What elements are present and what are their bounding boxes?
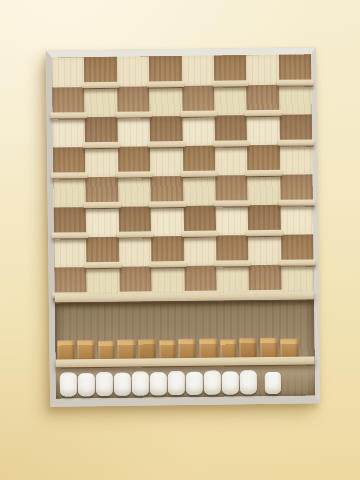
square-r4c6: [215, 145, 248, 175]
square-r2c2: [85, 87, 118, 117]
white-piece[interactable]: [150, 372, 167, 395]
shelf-ledge: [116, 171, 152, 178]
white-piece[interactable]: [222, 371, 239, 394]
dark-piece[interactable]: [139, 339, 156, 359]
dark-piece[interactable]: [57, 340, 74, 360]
square-r2c7[interactable]: [247, 85, 280, 115]
storage-area: [55, 299, 315, 398]
white-piece[interactable]: [204, 371, 221, 395]
shelf-ledge: [246, 170, 282, 177]
square-r5c4[interactable]: [151, 176, 184, 206]
white-piece[interactable]: [240, 370, 257, 394]
square-r2c8: [279, 84, 312, 114]
shelf-ledge: [51, 112, 87, 119]
square-r1c8[interactable]: [279, 54, 312, 84]
square-r6c3[interactable]: [118, 206, 151, 236]
shelf-ledge: [117, 231, 153, 238]
shelf-ledge: [52, 232, 88, 239]
square-r6c7[interactable]: [248, 205, 281, 235]
white-piece[interactable]: [168, 371, 185, 395]
checkers-wall-board: [46, 47, 320, 406]
square-r2c4: [149, 86, 182, 116]
white-piece[interactable]: [96, 372, 113, 396]
square-r8c3[interactable]: [119, 266, 152, 296]
square-r8c6: [216, 265, 249, 295]
square-r7c6[interactable]: [216, 235, 249, 265]
square-r3c5: [182, 116, 215, 146]
square-r8c1[interactable]: [54, 267, 87, 297]
square-r4c5[interactable]: [183, 146, 216, 176]
dark-piece[interactable]: [78, 340, 95, 360]
shelf-ledge: [83, 142, 119, 149]
shelf-ledge: [279, 259, 315, 266]
dark-piece[interactable]: [179, 339, 196, 359]
square-r8c5[interactable]: [184, 266, 217, 296]
shelf-ledge: [214, 260, 250, 267]
shelf-ledge: [213, 140, 249, 147]
square-r5c1: [53, 177, 86, 207]
shelf-ledge: [245, 110, 281, 117]
dark-piece[interactable]: [240, 338, 257, 358]
square-r1c6[interactable]: [214, 55, 247, 85]
shelf-ledge: [214, 200, 250, 207]
square-r4c1[interactable]: [53, 147, 86, 177]
dark-piece[interactable]: [280, 339, 298, 358]
square-r1c2[interactable]: [84, 57, 117, 87]
shelf-ledge: [85, 262, 121, 269]
square-r7c8[interactable]: [281, 234, 314, 264]
square-r1c7: [246, 55, 279, 85]
square-r6c8: [280, 204, 313, 234]
wall-background: [0, 0, 360, 480]
square-r2c1[interactable]: [52, 87, 85, 117]
shelf-ledge: [278, 139, 314, 146]
white-piece[interactable]: [60, 372, 77, 396]
shelf-ledge: [148, 141, 184, 148]
square-r1c5: [181, 56, 214, 86]
shelf-ledge: [84, 202, 120, 209]
square-r6c6: [216, 205, 249, 235]
shelf-ledge: [150, 261, 186, 268]
square-r5c2[interactable]: [86, 177, 119, 207]
dark-piece[interactable]: [199, 339, 217, 359]
shelf-ledge: [182, 231, 218, 238]
square-r3c4[interactable]: [150, 116, 183, 146]
square-r2c3[interactable]: [117, 86, 150, 116]
shelf-ledge: [181, 171, 217, 178]
square-r3c2[interactable]: [85, 117, 118, 147]
square-r5c3: [118, 176, 151, 206]
shelf-ledge: [278, 199, 314, 206]
shelf-ledge: [115, 111, 151, 118]
square-r8c7[interactable]: [249, 265, 282, 295]
shelf-ledge: [149, 201, 185, 208]
dark-piece[interactable]: [159, 340, 175, 359]
board-frame-interior: [52, 54, 315, 398]
board-grid: [52, 54, 314, 297]
square-r4c4: [150, 146, 183, 176]
white-piece[interactable]: [132, 371, 149, 395]
dark-piece[interactable]: [98, 341, 114, 360]
shelf-ledge: [83, 82, 119, 89]
square-r7c5: [184, 236, 217, 266]
square-r8c4: [152, 266, 185, 296]
square-r1c3: [117, 56, 150, 86]
dark-piece[interactable]: [260, 338, 277, 358]
square-r4c3[interactable]: [118, 146, 151, 176]
shelf-ledge: [180, 111, 216, 118]
square-r8c8: [281, 264, 314, 294]
square-r8c2: [87, 267, 120, 297]
square-r2c6: [214, 85, 247, 115]
square-r4c2: [85, 147, 118, 177]
square-r7c7: [248, 235, 281, 265]
square-r3c7: [247, 115, 280, 145]
white-piece[interactable]: [265, 372, 281, 394]
shelf-ledge: [277, 79, 313, 86]
square-r7c4[interactable]: [151, 236, 184, 266]
square-r6c2: [86, 207, 119, 237]
square-r6c5[interactable]: [183, 206, 216, 236]
shelf-ledge: [51, 172, 87, 179]
shelf-ledge: [246, 230, 282, 237]
photo-canvas: [0, 0, 360, 480]
square-r4c8: [280, 144, 313, 174]
square-r1c1: [52, 57, 85, 87]
square-r3c1: [53, 117, 86, 147]
square-r5c8[interactable]: [280, 174, 313, 204]
white-piece[interactable]: [78, 373, 95, 396]
square-r3c8[interactable]: [279, 114, 312, 144]
square-r5c6[interactable]: [215, 175, 248, 205]
square-r7c3: [119, 236, 152, 266]
square-r4c7[interactable]: [247, 145, 280, 175]
dark-piece[interactable]: [117, 340, 135, 360]
square-r1c4[interactable]: [149, 56, 182, 86]
square-r5c5: [183, 176, 216, 206]
square-r7c1: [54, 237, 87, 267]
square-r7c2[interactable]: [86, 237, 119, 267]
dark-piece[interactable]: [220, 339, 236, 358]
square-r2c5[interactable]: [182, 86, 215, 116]
white-piece[interactable]: [186, 372, 203, 395]
square-r6c1[interactable]: [54, 207, 87, 237]
white-piece[interactable]: [114, 373, 131, 396]
white-piece-tray: [56, 363, 315, 398]
square-r3c3: [117, 116, 150, 146]
square-r6c4: [151, 206, 184, 236]
square-r3c6[interactable]: [215, 115, 248, 145]
shelf-ledge: [147, 81, 183, 88]
square-r5c7: [248, 175, 281, 205]
shelf-ledge: [212, 80, 248, 87]
